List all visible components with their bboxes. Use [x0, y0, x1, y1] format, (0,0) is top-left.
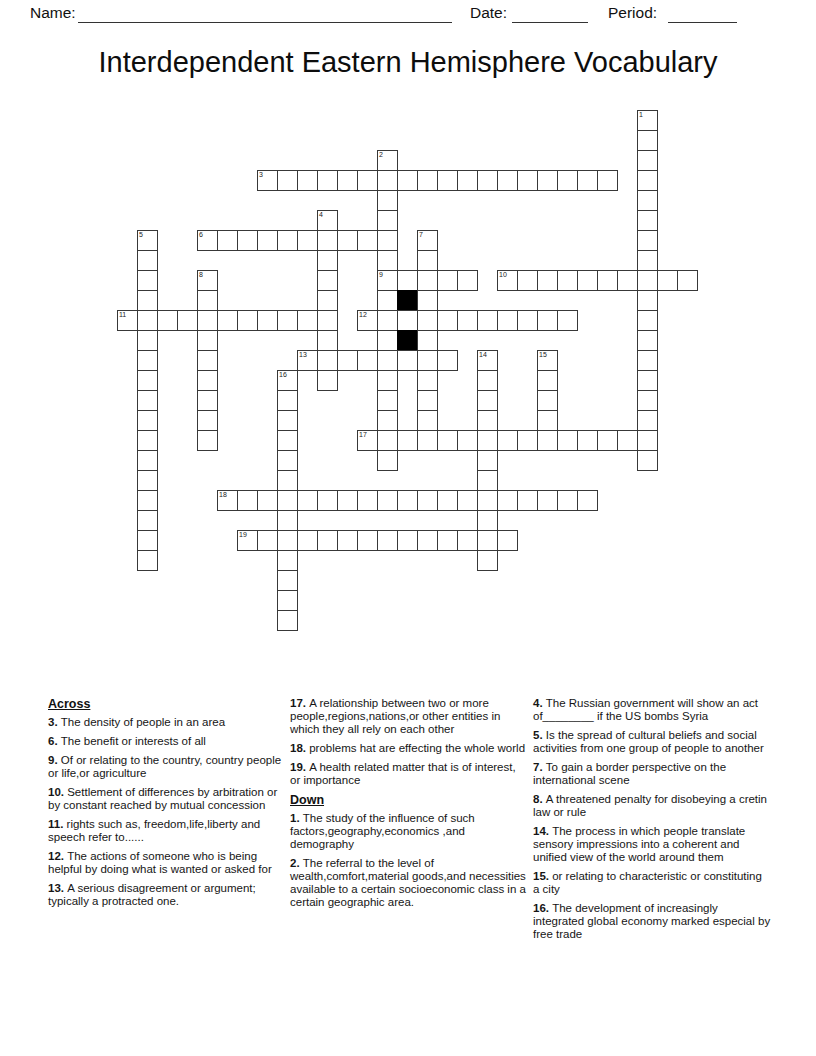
grid-cell[interactable] [417, 430, 438, 451]
grid-cell[interactable] [397, 490, 418, 511]
grid-cell[interactable]: 4 [317, 210, 338, 231]
period-label: Period: [608, 4, 657, 22]
grid-cell[interactable] [317, 270, 338, 291]
grid-cell[interactable] [637, 410, 658, 431]
grid-cell[interactable] [277, 310, 298, 331]
grid-cell[interactable] [357, 230, 378, 251]
worksheet-page: Name: Date: Period: Interdependent Easte… [0, 0, 816, 1056]
cell-number: 14 [479, 351, 487, 359]
grid-cell[interactable] [457, 310, 478, 331]
clue-item: 15. or relating to characteristic or con… [533, 870, 771, 896]
clue-item: 2. The referral to the level of wealth,c… [290, 857, 528, 909]
grid-cell[interactable] [637, 270, 658, 291]
grid-cell[interactable] [477, 550, 498, 571]
cell-number: 1 [639, 111, 643, 119]
grid-cell[interactable] [417, 530, 438, 551]
grid-cell[interactable] [137, 550, 158, 571]
clue-item: 5. Is the spread of cultural beliefs and… [533, 729, 771, 755]
grid-cell[interactable] [337, 350, 358, 371]
grid-cell[interactable] [457, 490, 478, 511]
grid-cell[interactable] [277, 430, 298, 451]
grid-cell[interactable] [297, 490, 318, 511]
grid-cell[interactable] [557, 490, 578, 511]
grid-cell[interactable] [577, 430, 598, 451]
grid-cell[interactable]: 8 [197, 270, 218, 291]
grid-cell[interactable] [277, 170, 298, 191]
grid-cell[interactable] [277, 550, 298, 571]
grid-cell[interactable] [237, 230, 258, 251]
grid-cell[interactable] [277, 230, 298, 251]
grid-cell[interactable] [417, 270, 438, 291]
grid-cell[interactable] [277, 590, 298, 611]
name-label: Name: [30, 4, 76, 22]
grid-cell[interactable] [637, 130, 658, 151]
grid-cell[interactable] [477, 370, 498, 391]
grid-cell[interactable] [517, 310, 538, 331]
grid-cell[interactable] [277, 410, 298, 431]
grid-cell[interactable]: 16 [277, 370, 298, 391]
grid-cell[interactable] [517, 170, 538, 191]
clue-column: Across3. The density of people in an are… [48, 697, 283, 914]
grid-cell[interactable] [377, 490, 398, 511]
grid-cell[interactable] [637, 370, 658, 391]
grid-cell[interactable] [577, 490, 598, 511]
page-title: Interdependent Eastern Hemisphere Vocabu… [0, 46, 816, 79]
clue-item: 17. A relationship between two or more p… [290, 697, 528, 736]
grid-cell[interactable] [137, 250, 158, 271]
grid-cell[interactable] [557, 310, 578, 331]
grid-cell[interactable] [517, 490, 538, 511]
grid-cell[interactable]: 10 [497, 270, 518, 291]
clue-column: 17. A relationship between two or more p… [290, 697, 528, 915]
grid-cell[interactable] [457, 170, 478, 191]
grid-cell[interactable] [137, 390, 158, 411]
cell-number: 12 [359, 311, 367, 319]
grid-cell[interactable] [537, 370, 558, 391]
crossword-grid: 12345678910111213141516171819 [117, 110, 698, 631]
grid-cell[interactable] [597, 170, 618, 191]
clue-number: 15. [533, 870, 552, 882]
clue-item: 16. The development of increasingly inte… [533, 902, 771, 941]
grid-cell[interactable] [317, 310, 338, 331]
grid-cell[interactable] [377, 430, 398, 451]
grid-cell[interactable] [637, 230, 658, 251]
cell-number: 9 [379, 271, 383, 279]
grid-cell[interactable] [477, 430, 498, 451]
grid-cell[interactable] [397, 350, 418, 371]
grid-cell[interactable] [497, 490, 518, 511]
grid-cell[interactable] [417, 310, 438, 331]
grid-cell[interactable] [637, 290, 658, 311]
grid-cell[interactable] [217, 310, 238, 331]
grid-cell[interactable] [417, 350, 438, 371]
cell-number: 19 [239, 531, 247, 539]
grid-cell[interactable] [257, 230, 278, 251]
grid-cell[interactable] [597, 430, 618, 451]
grid-cell[interactable] [537, 310, 558, 331]
grid-cell[interactable] [637, 350, 658, 371]
grid-cell[interactable]: 1 [637, 110, 658, 131]
cell-number: 3 [259, 171, 263, 179]
grid-cell[interactable] [637, 430, 658, 451]
grid-cell[interactable] [437, 310, 458, 331]
cell-number: 15 [539, 351, 547, 359]
grid-cell[interactable] [577, 270, 598, 291]
grid-cell[interactable]: 7 [417, 230, 438, 251]
grid-cell[interactable] [637, 210, 658, 231]
grid-cell[interactable] [417, 290, 438, 311]
grid-cell[interactable] [457, 430, 478, 451]
grid-cell[interactable]: 2 [377, 150, 398, 171]
grid-cell[interactable] [397, 310, 418, 331]
grid-cell[interactable] [537, 490, 558, 511]
cell-number: 11 [119, 311, 126, 319]
grid-cell[interactable] [437, 530, 458, 551]
grid-cell[interactable] [377, 370, 398, 391]
grid-cell[interactable] [317, 230, 338, 251]
grid-cell[interactable] [417, 330, 438, 351]
grid-cell[interactable] [477, 470, 498, 491]
grid-cell[interactable] [137, 290, 158, 311]
clues-heading-down: Down [290, 793, 528, 807]
clue-item: 18. problems hat are effecting the whole… [290, 742, 528, 755]
grid-cell[interactable] [397, 270, 418, 291]
grid-cell[interactable] [557, 270, 578, 291]
grid-cell[interactable] [197, 350, 218, 371]
clue-number: 1. [290, 812, 303, 824]
clue-number: 16. [533, 902, 552, 914]
grid-cell[interactable] [277, 570, 298, 591]
grid-cell[interactable] [197, 330, 218, 351]
grid-cell[interactable] [137, 310, 158, 331]
grid-cell[interactable] [217, 230, 238, 251]
grid-cell[interactable] [357, 490, 378, 511]
clue-number: 17. [290, 697, 309, 709]
grid-cell[interactable] [357, 170, 378, 191]
grid-cell[interactable] [377, 330, 398, 351]
grid-cell[interactable] [377, 390, 398, 411]
grid-cell[interactable] [317, 530, 338, 551]
grid-cell[interactable] [417, 390, 438, 411]
clue-number: 11. [48, 818, 67, 830]
grid-cell[interactable] [537, 410, 558, 431]
grid-cell[interactable] [357, 530, 378, 551]
cell-number: 18 [219, 491, 227, 499]
grid-cell[interactable] [237, 310, 258, 331]
grid-cell[interactable] [377, 250, 398, 271]
clue-number: 3. [48, 716, 61, 728]
grid-cell[interactable] [497, 430, 518, 451]
grid-cell[interactable] [297, 170, 318, 191]
grid-cell[interactable] [317, 350, 338, 371]
clue-column: 4. The Russian government will show an a… [533, 697, 771, 947]
grid-cell[interactable] [337, 530, 358, 551]
clue-number: 5. [533, 729, 546, 741]
grid-cell[interactable]: 9 [377, 270, 398, 291]
grid-cell[interactable]: 13 [297, 350, 318, 371]
grid-cell[interactable] [337, 230, 358, 251]
cell-number: 8 [199, 271, 203, 279]
clue-number: 10. [48, 786, 67, 798]
clue-number: 14. [533, 825, 552, 837]
grid-cell[interactable] [317, 370, 338, 391]
grid-cell[interactable] [197, 410, 218, 431]
clue-number: 2. [290, 857, 303, 869]
grid-cell[interactable] [637, 170, 658, 191]
grid-cell[interactable] [457, 530, 478, 551]
clue-item: 12. The actions of someone who is being … [48, 850, 283, 876]
grid-cell[interactable] [377, 210, 398, 231]
grid-cell[interactable] [137, 270, 158, 291]
grid-cell[interactable] [137, 510, 158, 531]
grid-cell[interactable] [517, 270, 538, 291]
grid-cell[interactable] [437, 350, 458, 371]
grid-cell[interactable] [257, 490, 278, 511]
clue-item: 19. A health related matter that is of i… [290, 761, 528, 787]
grid-cell[interactable] [377, 230, 398, 251]
date-label: Date: [470, 4, 507, 22]
grid-cell[interactable] [137, 410, 158, 431]
cell-number: 2 [379, 151, 383, 159]
grid-cell[interactable] [637, 390, 658, 411]
grid-cell[interactable] [417, 370, 438, 391]
grid-cell[interactable] [377, 530, 398, 551]
grid-cell[interactable] [497, 530, 518, 551]
grid-cell[interactable] [137, 470, 158, 491]
clue-item: 10. Settlement of differences by arbitra… [48, 786, 283, 812]
grid-cell[interactable] [297, 230, 318, 251]
cell-number: 5 [139, 231, 143, 239]
grid-cell[interactable] [277, 450, 298, 471]
clue-number: 9. [48, 754, 61, 766]
grid-cell[interactable] [437, 490, 458, 511]
grid-cell[interactable]: 19 [237, 530, 258, 551]
grid-cell[interactable] [637, 190, 658, 211]
grid-cell[interactable] [277, 490, 298, 511]
grid-cell[interactable] [137, 370, 158, 391]
grid-cell[interactable] [417, 490, 438, 511]
grid-cell[interactable] [477, 170, 498, 191]
black-cell [397, 290, 418, 311]
grid-cell[interactable] [137, 330, 158, 351]
grid-cell[interactable] [477, 510, 498, 531]
grid-cell[interactable] [197, 430, 218, 451]
grid-cell[interactable] [637, 330, 658, 351]
grid-cell[interactable] [337, 490, 358, 511]
grid-cell[interactable] [417, 250, 438, 271]
grid-cell[interactable] [137, 350, 158, 371]
grid-cell[interactable]: 18 [217, 490, 238, 511]
clue-item: 6. The benefit or interests of all [48, 735, 283, 748]
grid-cell[interactable] [137, 490, 158, 511]
clue-item: 14. The process in which people translat… [533, 825, 771, 864]
grid-cell[interactable]: 12 [357, 310, 378, 331]
grid-cell[interactable] [557, 170, 578, 191]
clue-item: 1. The study of the influence of such fa… [290, 812, 528, 851]
clue-item: 3. The density of people in an area [48, 716, 283, 729]
date-blank-line [512, 6, 588, 23]
grid-cell[interactable] [477, 390, 498, 411]
grid-cell[interactable] [497, 310, 518, 331]
grid-cell[interactable] [277, 530, 298, 551]
clue-item: 11. rights such as, freedom,life,liberty… [48, 818, 283, 844]
grid-cell[interactable] [137, 530, 158, 551]
grid-cell[interactable] [377, 310, 398, 331]
grid-cell[interactable] [537, 170, 558, 191]
grid-cell[interactable] [337, 170, 358, 191]
grid-cell[interactable]: 17 [357, 430, 378, 451]
grid-cell[interactable] [377, 170, 398, 191]
grid-cell[interactable] [297, 310, 318, 331]
grid-cell[interactable] [377, 450, 398, 471]
black-cell [397, 330, 418, 351]
grid-cell[interactable] [437, 430, 458, 451]
cell-number: 4 [319, 211, 323, 219]
grid-cell[interactable]: 6 [197, 230, 218, 251]
grid-cell[interactable] [317, 250, 338, 271]
grid-cell[interactable] [477, 450, 498, 471]
grid-cell[interactable] [317, 490, 338, 511]
grid-cell[interactable] [537, 430, 558, 451]
grid-cell[interactable] [677, 270, 698, 291]
clue-number: 6. [48, 735, 61, 747]
grid-cell[interactable]: 5 [137, 230, 158, 251]
grid-cell[interactable] [457, 270, 478, 291]
grid-cell[interactable] [317, 170, 338, 191]
clue-item: 8. A threatened penalty for disobeying a… [533, 793, 771, 819]
cell-number: 16 [279, 371, 287, 379]
clue-item: 4. The Russian government will show an a… [533, 697, 771, 723]
grid-cell[interactable] [637, 450, 658, 471]
clue-number: 19. [290, 761, 309, 773]
grid-cell[interactable] [257, 310, 278, 331]
grid-cell[interactable] [277, 470, 298, 491]
clue-number: 13. [48, 882, 67, 894]
grid-cell[interactable] [437, 270, 458, 291]
clue-number: 8. [533, 793, 546, 805]
grid-cell[interactable] [317, 330, 338, 351]
grid-cell[interactable] [437, 170, 458, 191]
period-blank-line [668, 6, 737, 23]
grid-cell[interactable] [637, 150, 658, 171]
clue-item: 9. Of or relating to the country, countr… [48, 754, 283, 780]
grid-cell[interactable] [397, 530, 418, 551]
grid-cell[interactable] [657, 270, 678, 291]
grid-cell[interactable] [417, 170, 438, 191]
grid-cell[interactable]: 14 [477, 350, 498, 371]
grid-cell[interactable]: 11 [117, 310, 138, 331]
grid-cell[interactable] [557, 430, 578, 451]
grid-cell[interactable] [197, 390, 218, 411]
grid-cell[interactable] [537, 390, 558, 411]
grid-cell[interactable] [477, 490, 498, 511]
grid-cell[interactable] [257, 530, 278, 551]
grid-cell[interactable] [137, 450, 158, 471]
grid-cell[interactable] [197, 370, 218, 391]
grid-cell[interactable] [137, 430, 158, 451]
clue-item: 13. A serious disagreement or argument; … [48, 882, 283, 908]
grid-cell[interactable] [277, 610, 298, 631]
grid-cell[interactable] [277, 390, 298, 411]
grid-cell[interactable] [517, 430, 538, 451]
grid-cell[interactable] [317, 290, 338, 311]
grid-cell[interactable] [377, 350, 398, 371]
grid-cell[interactable] [577, 170, 598, 191]
grid-cell[interactable] [537, 270, 558, 291]
clue-number: 18. [290, 742, 309, 754]
grid-cell[interactable]: 15 [537, 350, 558, 371]
grid-cell[interactable] [277, 510, 298, 531]
cell-number: 13 [299, 351, 307, 359]
clue-number: 4. [533, 697, 546, 709]
clue-item: 7. To gain a border perspective on the i… [533, 761, 771, 787]
clue-number: 7. [533, 761, 546, 773]
grid-cell[interactable] [397, 430, 418, 451]
name-blank-line [78, 6, 452, 23]
cell-number: 7 [419, 231, 423, 239]
grid-cell[interactable] [597, 270, 618, 291]
grid-cell[interactable] [197, 310, 218, 331]
grid-cell[interactable] [377, 290, 398, 311]
cell-number: 17 [359, 431, 367, 439]
grid-cell[interactable]: 3 [257, 170, 278, 191]
grid-cell[interactable] [477, 410, 498, 431]
grid-cell[interactable] [617, 270, 638, 291]
grid-cell[interactable] [417, 410, 438, 431]
grid-cell[interactable] [377, 410, 398, 431]
grid-cell[interactable] [637, 250, 658, 271]
grid-cell[interactable] [297, 530, 318, 551]
cell-number: 10 [499, 271, 507, 279]
grid-cell[interactable] [157, 310, 178, 331]
grid-cell[interactable] [477, 530, 498, 551]
grid-cell[interactable] [637, 310, 658, 331]
grid-cell[interactable] [497, 170, 518, 191]
grid-cell[interactable] [397, 170, 418, 191]
grid-cell[interactable] [197, 290, 218, 311]
grid-cell[interactable] [377, 190, 398, 211]
grid-cell[interactable] [477, 310, 498, 331]
grid-cell[interactable] [617, 430, 638, 451]
cell-number: 6 [199, 231, 203, 239]
grid-cell[interactable] [177, 310, 198, 331]
clue-number: 12. [48, 850, 67, 862]
grid-cell[interactable] [237, 490, 258, 511]
clues-heading-across: Across [48, 697, 283, 711]
grid-cell[interactable] [357, 350, 378, 371]
